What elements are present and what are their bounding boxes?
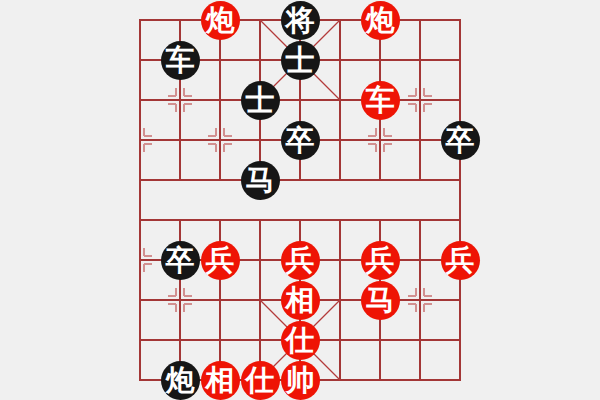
piece-red-elephant[interactable]: 相	[281, 281, 320, 320]
piece-red-chariot[interactable]: 车	[361, 81, 400, 120]
piece-black-cannon[interactable]: 炮	[161, 361, 200, 400]
piece-black-soldier[interactable]: 卒	[441, 121, 480, 160]
xiangqi-app-canvas: 炮将炮车士士车卒卒马卒兵兵兵兵相马仕炮相仕帅	[0, 0, 600, 400]
piece-black-soldier[interactable]: 卒	[281, 121, 320, 160]
piece-red-advisor[interactable]: 仕	[241, 361, 280, 400]
piece-black-soldier[interactable]: 卒	[161, 241, 200, 280]
piece-red-soldier[interactable]: 兵	[281, 241, 320, 280]
piece-red-soldier[interactable]: 兵	[201, 241, 240, 280]
piece-red-soldier[interactable]: 兵	[361, 241, 400, 280]
piece-black-horse[interactable]: 马	[241, 161, 280, 200]
piece-red-soldier[interactable]: 兵	[441, 241, 480, 280]
piece-black-general[interactable]: 将	[281, 1, 320, 40]
piece-red-general[interactable]: 帅	[281, 361, 320, 400]
piece-black-chariot[interactable]: 车	[161, 41, 200, 80]
piece-red-cannon[interactable]: 炮	[201, 1, 240, 40]
piece-red-cannon[interactable]: 炮	[361, 1, 400, 40]
piece-red-horse[interactable]: 马	[361, 281, 400, 320]
piece-black-advisor[interactable]: 士	[241, 81, 280, 120]
piece-red-elephant[interactable]: 相	[201, 361, 240, 400]
piece-red-advisor[interactable]: 仕	[281, 321, 320, 360]
piece-black-advisor[interactable]: 士	[281, 41, 320, 80]
